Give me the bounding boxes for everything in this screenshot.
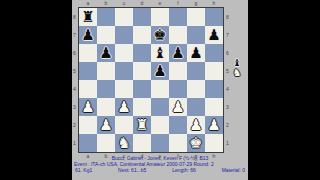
black-pawn-icon: ♟ <box>171 44 184 62</box>
square-b1[interactable] <box>97 134 115 152</box>
rank-label-5: 5 <box>72 68 77 74</box>
rank-labels-left: 87654321 <box>72 8 77 152</box>
square-f2[interactable] <box>169 116 187 134</box>
material-tray: ♝♞ <box>229 58 245 78</box>
square-h2[interactable]: ♟ <box>205 116 223 134</box>
square-c3[interactable]: ♟ <box>115 98 133 116</box>
file-label-h: h <box>205 0 223 6</box>
square-d4[interactable] <box>133 80 151 98</box>
square-b2[interactable]: ♟ <box>97 116 115 134</box>
square-e8[interactable] <box>151 8 169 26</box>
square-h8[interactable] <box>205 8 223 26</box>
white-knight-icon: ♞ <box>229 68 245 78</box>
square-f5[interactable] <box>169 62 187 80</box>
square-a7[interactable]: ♟ <box>79 26 97 44</box>
square-f6[interactable]: ♟ <box>169 44 187 62</box>
white-pawn-icon: ♟ <box>117 98 130 116</box>
status-line: 61. Kg1 Next: 61...b5 Length: 66 Materia… <box>72 167 248 173</box>
file-label-g: g <box>187 0 205 6</box>
black-pawn-icon: ♟ <box>207 26 220 44</box>
black-pawn-icon: ♟ <box>153 62 166 80</box>
square-g1[interactable]: ♚ <box>187 134 205 152</box>
square-e5[interactable]: ♟ <box>151 62 169 80</box>
rank-label-3: 3 <box>225 104 230 110</box>
square-e1[interactable] <box>151 134 169 152</box>
square-g6[interactable]: ♟ <box>187 44 205 62</box>
square-h5[interactable] <box>205 62 223 80</box>
black-bishop-icon: ♝ <box>153 44 166 62</box>
file-label-e: e <box>151 0 169 6</box>
square-d7[interactable] <box>133 26 151 44</box>
square-c1[interactable]: ♞ <box>115 134 133 152</box>
rank-label-1: 1 <box>72 140 77 146</box>
rank-label-7: 7 <box>72 32 77 38</box>
file-label-f: f <box>169 0 187 6</box>
square-d8[interactable] <box>133 8 151 26</box>
length-text: Length: 66 <box>172 167 196 173</box>
square-d1[interactable] <box>133 134 151 152</box>
rank-label-3: 3 <box>72 104 77 110</box>
square-a6[interactable] <box>79 44 97 62</box>
square-a4[interactable] <box>79 80 97 98</box>
rank-label-2: 2 <box>225 122 230 128</box>
square-b6[interactable]: ♟ <box>97 44 115 62</box>
square-c6[interactable] <box>115 44 133 62</box>
square-a3[interactable]: ♟ <box>79 98 97 116</box>
white-pawn-icon: ♟ <box>207 116 220 134</box>
square-e2[interactable] <box>151 116 169 134</box>
file-label-b: b <box>97 0 115 6</box>
next-move-text: Next: 61...b5 <box>118 167 146 173</box>
square-g2[interactable]: ♟ <box>187 116 205 134</box>
white-king-icon: ♚ <box>189 134 202 152</box>
rank-label-7: 7 <box>225 32 230 38</box>
square-b7[interactable] <box>97 26 115 44</box>
rank-label-2: 2 <box>72 122 77 128</box>
rank-label-1: 1 <box>225 140 230 146</box>
square-f8[interactable] <box>169 8 187 26</box>
square-a1[interactable] <box>79 134 97 152</box>
square-g3[interactable] <box>187 98 205 116</box>
caption-area: Bucci, Gabriel - Jones, Keven F (½-½), B… <box>72 155 248 173</box>
square-a5[interactable] <box>79 62 97 80</box>
rank-label-4: 4 <box>72 86 77 92</box>
square-a8[interactable]: ♜ <box>79 8 97 26</box>
chess-board: ♜♟♚♟♟♝♟♟♟♟♟♟♟♜♟♟♞♚ <box>78 7 224 153</box>
square-b5[interactable] <box>97 62 115 80</box>
pillarbox-left <box>0 0 72 180</box>
square-g5[interactable] <box>187 62 205 80</box>
square-c2[interactable] <box>115 116 133 134</box>
black-king-icon: ♚ <box>153 26 166 44</box>
move-text: 61. Kg1 <box>75 167 92 173</box>
square-e6[interactable]: ♝ <box>151 44 169 62</box>
square-e3[interactable] <box>151 98 169 116</box>
white-pawn-icon: ♟ <box>81 98 94 116</box>
square-c7[interactable] <box>115 26 133 44</box>
rank-labels-right: 87654321 <box>225 8 230 152</box>
square-e4[interactable] <box>151 80 169 98</box>
white-rook-icon: ♜ <box>135 116 148 134</box>
square-d3[interactable] <box>133 98 151 116</box>
square-g4[interactable] <box>187 80 205 98</box>
square-g7[interactable] <box>187 26 205 44</box>
rank-label-6: 6 <box>72 50 77 56</box>
square-c8[interactable] <box>115 8 133 26</box>
rank-label-8: 8 <box>225 14 230 20</box>
rank-label-4: 4 <box>225 86 230 92</box>
square-b8[interactable] <box>97 8 115 26</box>
file-label-d: d <box>133 0 151 6</box>
file-label-c: c <box>115 0 133 6</box>
square-b3[interactable] <box>97 98 115 116</box>
white-pawn-icon: ♟ <box>171 98 184 116</box>
square-f7[interactable] <box>169 26 187 44</box>
square-d6[interactable] <box>133 44 151 62</box>
square-h1[interactable] <box>205 134 223 152</box>
rank-label-6: 6 <box>225 50 230 56</box>
square-d2[interactable]: ♜ <box>133 116 151 134</box>
square-h3[interactable] <box>205 98 223 116</box>
white-knight-icon: ♞ <box>117 134 130 152</box>
square-c4[interactable] <box>115 80 133 98</box>
black-pawn-icon: ♟ <box>99 44 112 62</box>
file-labels-top: abcdefgh <box>79 0 223 6</box>
square-f1[interactable] <box>169 134 187 152</box>
square-c5[interactable] <box>115 62 133 80</box>
square-h4[interactable] <box>205 80 223 98</box>
black-pawn-icon: ♟ <box>189 44 202 62</box>
square-b4[interactable] <box>97 80 115 98</box>
black-pawn-icon: ♟ <box>81 26 94 44</box>
square-d5[interactable] <box>133 62 151 80</box>
file-label-a: a <box>79 0 97 6</box>
white-pawn-icon: ♟ <box>99 116 112 134</box>
pillarbox-right <box>248 0 320 180</box>
white-pawn-icon: ♟ <box>189 116 202 134</box>
square-f3[interactable]: ♟ <box>169 98 187 116</box>
material-text: Material: 0 <box>222 167 245 173</box>
square-a2[interactable] <box>79 116 97 134</box>
square-e7[interactable]: ♚ <box>151 26 169 44</box>
square-f4[interactable] <box>169 80 187 98</box>
chess-app-panel: abcdefgh abcdefgh 87654321 87654321 ♜♟♚♟… <box>72 0 248 180</box>
rank-label-8: 8 <box>72 14 77 20</box>
square-h6[interactable] <box>205 44 223 62</box>
square-h7[interactable]: ♟ <box>205 26 223 44</box>
square-g8[interactable] <box>187 8 205 26</box>
black-rook-icon: ♜ <box>81 8 94 26</box>
